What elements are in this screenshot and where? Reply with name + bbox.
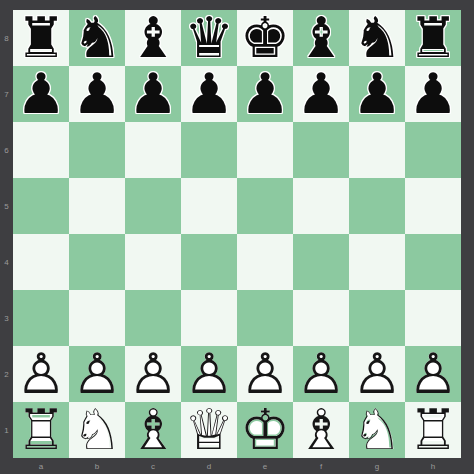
piece-black-rook[interactable]: ♜	[13, 10, 69, 66]
piece-white-knight[interactable]: ♞♘	[69, 402, 125, 458]
piece-black-king[interactable]: ♚	[237, 10, 293, 66]
rank-label-7: 7	[0, 66, 13, 122]
rank-label-2: 2	[0, 346, 13, 402]
piece-glyph: ♟	[349, 66, 405, 122]
square-h3[interactable]	[405, 290, 461, 346]
piece-glyph: ♝	[293, 10, 349, 66]
rank-label-1: 1	[0, 402, 13, 458]
square-d1[interactable]: ♛♕	[181, 402, 237, 458]
piece-outline-glyph: ♔	[237, 402, 293, 458]
file-label-a: a	[13, 458, 69, 474]
piece-glyph: ♟	[125, 66, 181, 122]
piece-black-bishop[interactable]: ♝	[293, 10, 349, 66]
piece-white-knight[interactable]: ♞♘	[349, 402, 405, 458]
square-c8[interactable]: ♝	[125, 10, 181, 66]
piece-black-knight[interactable]: ♞	[69, 10, 125, 66]
chess-board: ♜♞♝♛♚♝♞♜♟♟♟♟♟♟♟♟♟♙♟♙♟♙♟♙♟♙♟♙♟♙♟♙♜♖♞♘♝♗♛♕…	[13, 10, 461, 458]
square-a6[interactable]	[13, 122, 69, 178]
square-b8[interactable]: ♞	[69, 10, 125, 66]
square-b2[interactable]: ♟♙	[69, 346, 125, 402]
chess-app-screen: 87654321 ♜♞♝♛♚♝♞♜♟♟♟♟♟♟♟♟♟♙♟♙♟♙♟♙♟♙♟♙♟♙♟…	[0, 0, 474, 474]
rank-label-4: 4	[0, 234, 13, 290]
piece-black-pawn[interactable]: ♟	[181, 66, 237, 122]
piece-white-queen[interactable]: ♛♕	[181, 402, 237, 458]
piece-outline-glyph: ♗	[293, 402, 349, 458]
file-label-h: h	[405, 458, 461, 474]
piece-outline-glyph: ♕	[181, 402, 237, 458]
piece-white-pawn[interactable]: ♟♙	[125, 346, 181, 402]
square-f6[interactable]	[293, 122, 349, 178]
square-b6[interactable]	[69, 122, 125, 178]
square-d4[interactable]	[181, 234, 237, 290]
square-b3[interactable]	[69, 290, 125, 346]
square-g7[interactable]: ♟	[349, 66, 405, 122]
piece-glyph: ♞	[349, 10, 405, 66]
piece-outline-glyph: ♖	[405, 402, 461, 458]
square-a7[interactable]: ♟	[13, 66, 69, 122]
square-d2[interactable]: ♟♙	[181, 346, 237, 402]
square-g6[interactable]	[349, 122, 405, 178]
piece-black-knight[interactable]: ♞	[349, 10, 405, 66]
file-label-e: e	[237, 458, 293, 474]
piece-glyph: ♟	[293, 66, 349, 122]
square-a5[interactable]	[13, 178, 69, 234]
piece-glyph: ♟	[237, 66, 293, 122]
piece-white-king[interactable]: ♚♔	[237, 402, 293, 458]
piece-glyph: ♝	[125, 10, 181, 66]
square-e3[interactable]	[237, 290, 293, 346]
square-d5[interactable]	[181, 178, 237, 234]
square-g2[interactable]: ♟♙	[349, 346, 405, 402]
piece-glyph: ♟	[405, 66, 461, 122]
square-g4[interactable]	[349, 234, 405, 290]
piece-black-pawn[interactable]: ♟	[405, 66, 461, 122]
square-b5[interactable]	[69, 178, 125, 234]
square-h4[interactable]	[405, 234, 461, 290]
square-a1[interactable]: ♜♖	[13, 402, 69, 458]
piece-outline-glyph: ♘	[69, 402, 125, 458]
piece-black-rook[interactable]: ♜	[405, 10, 461, 66]
piece-outline-glyph: ♙	[405, 346, 461, 402]
square-a8[interactable]: ♜	[13, 10, 69, 66]
piece-glyph: ♜	[405, 10, 461, 66]
square-d3[interactable]	[181, 290, 237, 346]
square-h7[interactable]: ♟	[405, 66, 461, 122]
piece-white-rook[interactable]: ♜♖	[405, 402, 461, 458]
piece-glyph: ♛	[181, 10, 237, 66]
square-c6[interactable]	[125, 122, 181, 178]
rank-labels: 87654321	[0, 10, 13, 458]
piece-glyph: ♟	[13, 66, 69, 122]
file-labels: abcdefgh	[13, 458, 461, 474]
rank-label-8: 8	[0, 10, 13, 66]
square-a3[interactable]	[13, 290, 69, 346]
piece-outline-glyph: ♘	[349, 402, 405, 458]
piece-glyph: ♜	[13, 10, 69, 66]
square-f5[interactable]	[293, 178, 349, 234]
piece-outline-glyph: ♙	[293, 346, 349, 402]
square-a4[interactable]	[13, 234, 69, 290]
piece-outline-glyph: ♙	[125, 346, 181, 402]
piece-white-bishop[interactable]: ♝♗	[125, 402, 181, 458]
square-d6[interactable]	[181, 122, 237, 178]
piece-white-pawn[interactable]: ♟♙	[293, 346, 349, 402]
square-h5[interactable]	[405, 178, 461, 234]
piece-black-pawn[interactable]: ♟	[293, 66, 349, 122]
rank-label-6: 6	[0, 122, 13, 178]
square-c4[interactable]	[125, 234, 181, 290]
square-c5[interactable]	[125, 178, 181, 234]
square-c1[interactable]: ♝♗	[125, 402, 181, 458]
piece-white-pawn[interactable]: ♟♙	[237, 346, 293, 402]
square-h6[interactable]	[405, 122, 461, 178]
piece-white-pawn[interactable]: ♟♙	[13, 346, 69, 402]
file-label-c: c	[125, 458, 181, 474]
piece-glyph: ♞	[69, 10, 125, 66]
piece-black-queen[interactable]: ♛	[181, 10, 237, 66]
piece-outline-glyph: ♗	[125, 402, 181, 458]
square-f2[interactable]: ♟♙	[293, 346, 349, 402]
square-e2[interactable]: ♟♙	[237, 346, 293, 402]
piece-white-rook[interactable]: ♜♖	[13, 402, 69, 458]
square-c7[interactable]: ♟	[125, 66, 181, 122]
square-d7[interactable]: ♟	[181, 66, 237, 122]
square-g1[interactable]: ♞♘	[349, 402, 405, 458]
piece-outline-glyph: ♙	[349, 346, 405, 402]
square-e4[interactable]	[237, 234, 293, 290]
square-g3[interactable]	[349, 290, 405, 346]
piece-black-pawn[interactable]: ♟	[349, 66, 405, 122]
square-h2[interactable]: ♟♙	[405, 346, 461, 402]
square-b4[interactable]	[69, 234, 125, 290]
piece-white-bishop[interactable]: ♝♗	[293, 402, 349, 458]
piece-glyph: ♚	[237, 10, 293, 66]
piece-outline-glyph: ♙	[69, 346, 125, 402]
piece-glyph: ♟	[69, 66, 125, 122]
square-e6[interactable]	[237, 122, 293, 178]
piece-white-pawn[interactable]: ♟♙	[69, 346, 125, 402]
piece-outline-glyph: ♖	[13, 402, 69, 458]
square-e1[interactable]: ♚♔	[237, 402, 293, 458]
square-g8[interactable]: ♞	[349, 10, 405, 66]
square-f7[interactable]: ♟	[293, 66, 349, 122]
square-b7[interactable]: ♟	[69, 66, 125, 122]
piece-black-pawn[interactable]: ♟	[69, 66, 125, 122]
piece-black-pawn[interactable]: ♟	[237, 66, 293, 122]
file-label-d: d	[181, 458, 237, 474]
piece-white-pawn[interactable]: ♟♙	[181, 346, 237, 402]
square-f8[interactable]: ♝	[293, 10, 349, 66]
piece-black-pawn[interactable]: ♟	[125, 66, 181, 122]
square-h1[interactable]: ♜♖	[405, 402, 461, 458]
piece-outline-glyph: ♙	[237, 346, 293, 402]
piece-outline-glyph: ♙	[13, 346, 69, 402]
square-f1[interactable]: ♝♗	[293, 402, 349, 458]
file-label-f: f	[293, 458, 349, 474]
square-c3[interactable]	[125, 290, 181, 346]
square-e5[interactable]	[237, 178, 293, 234]
piece-glyph: ♟	[181, 66, 237, 122]
square-d8[interactable]: ♛	[181, 10, 237, 66]
piece-outline-glyph: ♙	[181, 346, 237, 402]
square-a2[interactable]: ♟♙	[13, 346, 69, 402]
square-h8[interactable]: ♜	[405, 10, 461, 66]
piece-white-pawn[interactable]: ♟♙	[405, 346, 461, 402]
square-g5[interactable]	[349, 178, 405, 234]
square-c2[interactable]: ♟♙	[125, 346, 181, 402]
rank-label-5: 5	[0, 178, 13, 234]
piece-white-pawn[interactable]: ♟♙	[349, 346, 405, 402]
rank-label-3: 3	[0, 290, 13, 346]
square-f4[interactable]	[293, 234, 349, 290]
file-label-g: g	[349, 458, 405, 474]
piece-black-bishop[interactable]: ♝	[125, 10, 181, 66]
square-b1[interactable]: ♞♘	[69, 402, 125, 458]
square-e7[interactable]: ♟	[237, 66, 293, 122]
square-f3[interactable]	[293, 290, 349, 346]
file-label-b: b	[69, 458, 125, 474]
square-e8[interactable]: ♚	[237, 10, 293, 66]
piece-black-pawn[interactable]: ♟	[13, 66, 69, 122]
